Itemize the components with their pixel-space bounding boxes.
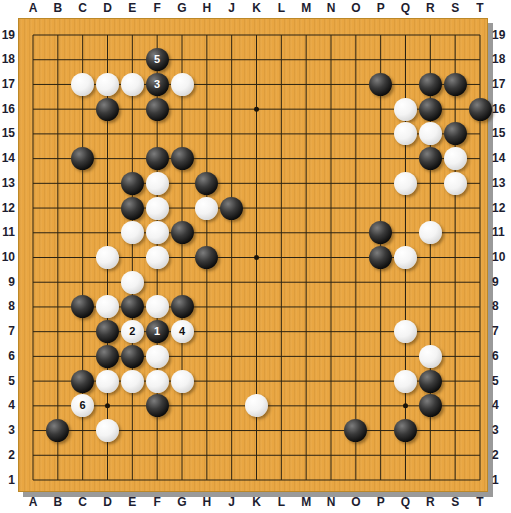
stone-white-Q16[interactable]: [394, 98, 417, 121]
col-label-bottom-D: D: [103, 496, 112, 509]
col-label-top-B: B: [53, 2, 62, 15]
move-number-4: 4: [171, 320, 194, 343]
row-label-right-1: 1: [492, 474, 510, 487]
stone-white-F6[interactable]: [146, 345, 169, 368]
col-label-bottom-T: T: [476, 496, 483, 509]
stone-white-C4[interactable]: 6: [71, 394, 94, 417]
stone-white-E11[interactable]: [121, 221, 144, 244]
col-label-top-A: A: [29, 2, 38, 15]
move-number-3: 3: [146, 73, 169, 96]
col-label-top-N: N: [327, 2, 336, 15]
row-label-right-18: 18: [492, 53, 510, 66]
col-label-bottom-Q: Q: [401, 496, 410, 509]
col-label-top-K: K: [252, 2, 261, 15]
stone-white-Q13[interactable]: [394, 172, 417, 195]
row-label-right-12: 12: [492, 202, 510, 215]
row-label-right-11: 11: [492, 226, 510, 239]
row-label-right-17: 17: [492, 78, 510, 91]
stone-black-P10[interactable]: [369, 246, 392, 269]
col-label-bottom-E: E: [128, 496, 136, 509]
stone-black-G8[interactable]: [171, 295, 194, 318]
stone-white-S13[interactable]: [444, 172, 467, 195]
row-label-right-9: 9: [492, 276, 510, 289]
stone-white-H12[interactable]: [195, 197, 218, 220]
move-number-1: 1: [146, 320, 169, 343]
stone-white-G7[interactable]: 4: [171, 320, 194, 343]
row-label-right-10: 10: [492, 251, 510, 264]
stone-black-F7[interactable]: 1: [146, 320, 169, 343]
col-label-top-T: T: [476, 2, 483, 15]
stone-black-G11[interactable]: [171, 221, 194, 244]
col-label-top-S: S: [451, 2, 459, 15]
col-label-top-J: J: [228, 2, 235, 15]
row-label-right-7: 7: [492, 325, 510, 338]
col-label-bottom-L: L: [278, 496, 285, 509]
stone-black-F16[interactable]: [146, 98, 169, 121]
stone-white-R11[interactable]: [419, 221, 442, 244]
row-label-left-15: 15: [0, 127, 15, 140]
stone-black-S17[interactable]: [444, 73, 467, 96]
stone-black-E6[interactable]: [121, 345, 144, 368]
stone-black-H13[interactable]: [195, 172, 218, 195]
row-label-right-13: 13: [492, 177, 510, 190]
row-label-left-5: 5: [0, 375, 15, 388]
row-label-left-1: 1: [0, 474, 15, 487]
stone-white-F8[interactable]: [146, 295, 169, 318]
stone-black-E12[interactable]: [121, 197, 144, 220]
stone-white-F5[interactable]: [146, 370, 169, 393]
stone-black-D6[interactable]: [96, 345, 119, 368]
row-label-right-19: 19: [492, 29, 510, 42]
col-label-bottom-K: K: [252, 496, 261, 509]
stone-white-D5[interactable]: [96, 370, 119, 393]
row-label-left-14: 14: [0, 152, 15, 165]
col-label-bottom-C: C: [78, 496, 87, 509]
col-label-bottom-H: H: [202, 496, 211, 509]
stone-white-E9[interactable]: [121, 271, 144, 294]
col-label-top-H: H: [202, 2, 211, 15]
col-label-top-D: D: [103, 2, 112, 15]
row-label-right-2: 2: [492, 449, 510, 462]
col-label-top-O: O: [351, 2, 360, 15]
row-label-right-16: 16: [492, 103, 510, 116]
row-label-left-12: 12: [0, 202, 15, 215]
go-diagram: AABBCCDDEEFFGGHHJJKKLLMMNNOOPPQQRRSSTT19…: [0, 0, 511, 513]
col-label-bottom-A: A: [29, 496, 38, 509]
stone-black-T16[interactable]: [469, 98, 492, 121]
col-label-bottom-F: F: [153, 496, 160, 509]
row-label-right-6: 6: [492, 350, 510, 363]
stone-black-R17[interactable]: [419, 73, 442, 96]
col-label-top-P: P: [377, 2, 385, 15]
stone-white-F13[interactable]: [146, 172, 169, 195]
stone-black-E13[interactable]: [121, 172, 144, 195]
stone-white-D17[interactable]: [96, 73, 119, 96]
stone-white-Q7[interactable]: [394, 320, 417, 343]
row-label-left-4: 4: [0, 399, 15, 412]
stone-white-E5[interactable]: [121, 370, 144, 393]
stone-black-D7[interactable]: [96, 320, 119, 343]
row-label-right-3: 3: [492, 424, 510, 437]
stone-black-F18[interactable]: 5: [146, 48, 169, 71]
stone-black-P17[interactable]: [369, 73, 392, 96]
col-label-top-C: C: [78, 2, 87, 15]
stone-black-J12[interactable]: [220, 197, 243, 220]
col-label-bottom-J: J: [228, 496, 235, 509]
col-label-bottom-M: M: [301, 496, 311, 509]
stone-black-F17[interactable]: 3: [146, 73, 169, 96]
col-label-bottom-B: B: [53, 496, 62, 509]
stone-white-C17[interactable]: [71, 73, 94, 96]
stone-white-F11[interactable]: [146, 221, 169, 244]
row-label-right-5: 5: [492, 375, 510, 388]
stone-white-Q10[interactable]: [394, 246, 417, 269]
stone-white-E7[interactable]: 2: [121, 320, 144, 343]
row-label-left-10: 10: [0, 251, 15, 264]
col-label-top-G: G: [177, 2, 186, 15]
stone-white-D3[interactable]: [96, 419, 119, 442]
stone-black-R4[interactable]: [419, 394, 442, 417]
col-label-bottom-N: N: [327, 496, 336, 509]
move-number-5: 5: [146, 48, 169, 71]
col-label-top-F: F: [153, 2, 160, 15]
stone-white-F12[interactable]: [146, 197, 169, 220]
col-label-top-R: R: [426, 2, 435, 15]
row-label-right-4: 4: [492, 399, 510, 412]
row-label-left-16: 16: [0, 103, 15, 116]
stone-black-F4[interactable]: [146, 394, 169, 417]
row-label-right-15: 15: [492, 127, 510, 140]
stone-black-R14[interactable]: [419, 147, 442, 170]
col-label-bottom-O: O: [351, 496, 360, 509]
col-label-bottom-G: G: [177, 496, 186, 509]
stone-white-G5[interactable]: [171, 370, 194, 393]
row-label-left-17: 17: [0, 78, 15, 91]
row-label-left-8: 8: [0, 300, 15, 313]
col-label-bottom-P: P: [377, 496, 385, 509]
stone-white-E17[interactable]: [121, 73, 144, 96]
stone-white-S14[interactable]: [444, 147, 467, 170]
col-label-top-L: L: [278, 2, 285, 15]
stone-black-F14[interactable]: [146, 147, 169, 170]
stone-white-Q5[interactable]: [394, 370, 417, 393]
row-label-left-3: 3: [0, 424, 15, 437]
stone-black-C5[interactable]: [71, 370, 94, 393]
move-number-2: 2: [121, 320, 144, 343]
row-label-left-6: 6: [0, 350, 15, 363]
stone-white-R6[interactable]: [419, 345, 442, 368]
row-label-left-2: 2: [0, 449, 15, 462]
stone-black-D16[interactable]: [96, 98, 119, 121]
stone-black-R16[interactable]: [419, 98, 442, 121]
col-label-bottom-S: S: [451, 496, 459, 509]
col-label-top-E: E: [128, 2, 136, 15]
stone-white-G17[interactable]: [171, 73, 194, 96]
row-label-left-19: 19: [0, 29, 15, 42]
stone-black-Q3[interactable]: [394, 419, 417, 442]
row-label-left-13: 13: [0, 177, 15, 190]
row-label-left-9: 9: [0, 276, 15, 289]
move-number-6: 6: [71, 394, 94, 417]
row-label-left-11: 11: [0, 226, 15, 239]
stone-black-R5[interactable]: [419, 370, 442, 393]
row-label-left-18: 18: [0, 53, 15, 66]
row-label-right-14: 14: [492, 152, 510, 165]
stone-black-G14[interactable]: [171, 147, 194, 170]
row-label-left-7: 7: [0, 325, 15, 338]
row-label-right-8: 8: [492, 300, 510, 313]
col-label-bottom-R: R: [426, 496, 435, 509]
stone-black-S15[interactable]: [444, 122, 467, 145]
stone-white-D10[interactable]: [96, 246, 119, 269]
stone-white-F10[interactable]: [146, 246, 169, 269]
col-label-top-M: M: [301, 2, 311, 15]
col-label-top-Q: Q: [401, 2, 410, 15]
